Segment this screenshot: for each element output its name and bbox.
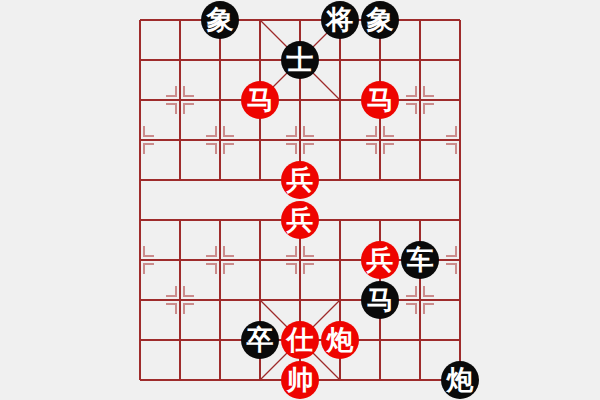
piece-red-horse[interactable]: 马 [241,81,279,119]
piece-black-horse[interactable]: 马 [361,281,399,319]
xiangqi-app: 象将象士马马兵兵兵车马卒仕炮帅炮 [0,0,600,400]
piece-red-soldier[interactable]: 兵 [281,201,319,239]
piece-red-cannon[interactable]: 炮 [321,321,359,359]
piece-red-advisor[interactable]: 仕 [281,321,319,359]
piece-black-cannon[interactable]: 炮 [441,361,479,399]
piece-red-general[interactable]: 帅 [281,361,319,399]
piece-red-horse[interactable]: 马 [361,81,399,119]
piece-black-chariot[interactable]: 车 [401,241,439,279]
piece-black-advisor[interactable]: 士 [281,41,319,79]
piece-red-soldier[interactable]: 兵 [361,241,399,279]
piece-black-general[interactable]: 将 [321,1,359,39]
piece-red-soldier[interactable]: 兵 [281,161,319,199]
piece-black-elephant[interactable]: 象 [201,1,239,39]
piece-black-soldier[interactable]: 卒 [241,321,279,359]
piece-black-elephant[interactable]: 象 [361,1,399,39]
pieces-layer: 象将象士马马兵兵兵车马卒仕炮帅炮 [0,0,600,400]
